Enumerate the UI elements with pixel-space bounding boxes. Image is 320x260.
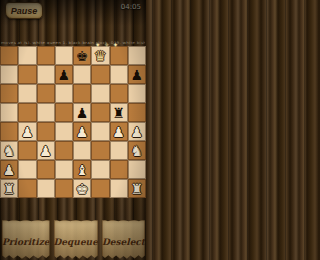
- piece-white-pawn: ♟: [112, 125, 125, 139]
- square-g1[interactable]: [110, 179, 128, 198]
- game-timer: 04:05: [121, 3, 141, 11]
- piece-white-knight: ♞: [3, 144, 16, 158]
- square-h7[interactable]: ♟: [128, 65, 146, 84]
- square-d4[interactable]: [55, 122, 73, 141]
- square-b1[interactable]: [18, 179, 36, 198]
- square-e1[interactable]: ♚: [73, 179, 91, 198]
- piece-white-rook: ♜: [3, 182, 16, 196]
- action-bar: Prioritize Dequeue Deselect: [0, 220, 146, 260]
- square-d7[interactable]: ♟: [55, 65, 73, 84]
- deselect-button[interactable]: Deselect: [102, 220, 145, 260]
- square-c6[interactable]: [37, 84, 55, 103]
- piece-white-rook: ♜: [131, 182, 144, 196]
- piece-black-pawn: ♟: [131, 68, 144, 82]
- piece-black-king: ♚: [76, 49, 89, 63]
- square-c4[interactable]: [37, 122, 55, 141]
- square-a6[interactable]: [0, 84, 18, 103]
- square-d2[interactable]: [55, 160, 73, 179]
- square-e7[interactable]: [73, 65, 91, 84]
- square-h4[interactable]: ♟: [128, 122, 146, 141]
- square-c7[interactable]: [37, 65, 55, 84]
- piece-black-pawn: ♟: [58, 68, 71, 82]
- square-e5[interactable]: ♟: [73, 103, 91, 122]
- chess-board[interactable]: ♚♛✦ ✧ ✦♟♟♟♜♟♟♟♟♞♟♞♟♝♜♚♜: [0, 46, 146, 198]
- square-c2[interactable]: [37, 160, 55, 179]
- square-a3[interactable]: ♞: [0, 141, 18, 160]
- piece-white-pawn: ♟: [21, 125, 34, 139]
- square-f6[interactable]: [91, 84, 109, 103]
- square-e3[interactable]: [73, 141, 91, 160]
- square-a1[interactable]: ♜: [0, 179, 18, 198]
- square-g7[interactable]: [110, 65, 128, 84]
- square-e2[interactable]: ♝: [73, 160, 91, 179]
- square-f3[interactable]: [91, 141, 109, 160]
- square-a8[interactable]: [0, 46, 18, 65]
- square-b6[interactable]: [18, 84, 36, 103]
- square-e8[interactable]: ♚: [73, 46, 91, 65]
- square-h6[interactable]: [128, 84, 146, 103]
- square-c3[interactable]: ♟: [37, 141, 55, 160]
- square-b2[interactable]: [18, 160, 36, 179]
- piece-white-pawn: ♟: [39, 144, 52, 158]
- square-a4[interactable]: [0, 122, 18, 141]
- square-h1[interactable]: ♜: [128, 179, 146, 198]
- square-e4[interactable]: ♟: [73, 122, 91, 141]
- square-g2[interactable]: [110, 160, 128, 179]
- square-f2[interactable]: [91, 160, 109, 179]
- dequeue-button[interactable]: Dequeue: [54, 220, 98, 260]
- piece-white-pawn: ♟: [131, 125, 144, 139]
- square-g5[interactable]: ♜: [110, 103, 128, 122]
- square-b7[interactable]: [18, 65, 36, 84]
- square-h5[interactable]: [128, 103, 146, 122]
- square-g6[interactable]: [110, 84, 128, 103]
- piece-white-knight: ♞: [131, 144, 144, 158]
- square-c5[interactable]: [37, 103, 55, 122]
- square-h2[interactable]: [128, 160, 146, 179]
- piece-white-bishop: ♝: [76, 163, 89, 177]
- piece-white-king: ♚: [76, 182, 89, 196]
- piece-white-pawn: ♟: [3, 163, 16, 177]
- square-g8[interactable]: [110, 46, 128, 65]
- square-a5[interactable]: [0, 103, 18, 122]
- piece-white-queen: ♛: [94, 49, 107, 63]
- square-a2[interactable]: ♟: [0, 160, 18, 179]
- square-d5[interactable]: [55, 103, 73, 122]
- pause-button[interactable]: Pause: [5, 2, 43, 19]
- square-h8[interactable]: [128, 46, 146, 65]
- square-d1[interactable]: [55, 179, 73, 198]
- square-g3[interactable]: [110, 141, 128, 160]
- square-f8[interactable]: ♛✦ ✧ ✦: [91, 46, 109, 65]
- piece-white-pawn: ♟: [76, 125, 89, 139]
- square-d8[interactable]: [55, 46, 73, 65]
- square-f1[interactable]: [91, 179, 109, 198]
- square-f7[interactable]: [91, 65, 109, 84]
- prioritize-button[interactable]: Prioritize: [2, 220, 50, 260]
- square-b4[interactable]: ♟: [18, 122, 36, 141]
- debug-status-text: moves at /s), white-queen 1, black-brain…: [1, 41, 145, 45]
- square-c1[interactable]: [37, 179, 55, 198]
- square-d3[interactable]: [55, 141, 73, 160]
- square-g4[interactable]: ♟: [110, 122, 128, 141]
- square-e6[interactable]: [73, 84, 91, 103]
- square-f4[interactable]: [91, 122, 109, 141]
- square-d6[interactable]: [55, 84, 73, 103]
- square-b5[interactable]: [18, 103, 36, 122]
- square-a7[interactable]: [0, 65, 18, 84]
- square-h3[interactable]: ♞: [128, 141, 146, 160]
- square-b8[interactable]: [18, 46, 36, 65]
- piece-black-pawn: ♟: [76, 106, 89, 120]
- square-c8[interactable]: [37, 46, 55, 65]
- square-f5[interactable]: [91, 103, 109, 122]
- square-b3[interactable]: [18, 141, 36, 160]
- piece-black-rook: ♜: [112, 106, 125, 120]
